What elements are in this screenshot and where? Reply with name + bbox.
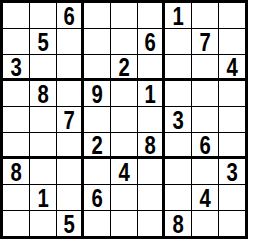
- sudoku-cell-r3c5: 2: [111, 55, 137, 80]
- sudoku-given-digit: 4: [199, 185, 210, 210]
- sudoku-cell-r3c2[interactable]: [30, 55, 56, 80]
- sudoku-cell-r4c5[interactable]: [111, 81, 137, 106]
- sudoku-given-digit: 4: [226, 55, 237, 80]
- sudoku-cell-r9c5[interactable]: [111, 211, 137, 236]
- sudoku-cell-r1c5[interactable]: [111, 3, 137, 28]
- sudoku-cell-r4c8[interactable]: [192, 81, 218, 106]
- sudoku-cell-r6c8: 6: [192, 133, 218, 158]
- sudoku-cell-r1c9[interactable]: [219, 3, 245, 28]
- sudoku-given-digit: 5: [37, 29, 48, 54]
- sudoku-cell-r7c4[interactable]: [84, 159, 110, 184]
- sudoku-given-digit: 6: [144, 29, 155, 54]
- sudoku-cell-r9c7: 8: [165, 211, 191, 236]
- sudoku-cell-r5c9[interactable]: [219, 107, 245, 132]
- sudoku-cell-r5c3: 7: [57, 107, 83, 132]
- sudoku-cell-r2c2: 5: [30, 29, 56, 54]
- sudoku-cell-r6c5[interactable]: [111, 133, 137, 158]
- sudoku-given-digit: 7: [199, 29, 210, 54]
- sudoku-cell-r9c6[interactable]: [138, 211, 164, 236]
- sudoku-cell-r4c9[interactable]: [219, 81, 245, 106]
- sudoku-cell-r3c1: 3: [3, 55, 29, 80]
- sudoku-cell-r6c2[interactable]: [30, 133, 56, 158]
- sudoku-cell-r8c3[interactable]: [57, 185, 83, 210]
- sudoku-given-digit: 8: [172, 211, 183, 236]
- sudoku-given-digit: 1: [172, 3, 183, 28]
- sudoku-cell-r9c3: 5: [57, 211, 83, 236]
- sudoku-cell-r4c2: 8: [30, 81, 56, 106]
- sudoku-cell-r8c6[interactable]: [138, 185, 164, 210]
- sudoku-cell-r9c8[interactable]: [192, 211, 218, 236]
- sudoku-given-digit: 6: [199, 133, 210, 158]
- sudoku-cell-r4c3[interactable]: [57, 81, 83, 106]
- sudoku-given-digit: 6: [63, 3, 74, 28]
- sudoku-cell-r5c6[interactable]: [138, 107, 164, 132]
- sudoku-cell-r9c4[interactable]: [84, 211, 110, 236]
- sudoku-cell-r1c3: 6: [57, 3, 83, 28]
- sudoku-given-digit: 6: [91, 185, 102, 210]
- sudoku-cell-r7c7[interactable]: [165, 159, 191, 184]
- sudoku-cell-r6c1[interactable]: [3, 133, 29, 158]
- sudoku-cell-r2c6: 6: [138, 29, 164, 54]
- sudoku-cell-r2c5[interactable]: [111, 29, 137, 54]
- sudoku-cell-r4c1[interactable]: [3, 81, 29, 106]
- sudoku-cell-r7c1: 8: [3, 159, 29, 184]
- sudoku-cell-r2c7[interactable]: [165, 29, 191, 54]
- sudoku-cell-r3c9: 4: [219, 55, 245, 80]
- sudoku-given-digit: 4: [118, 159, 129, 184]
- sudoku-cell-r5c5[interactable]: [111, 107, 137, 132]
- sudoku-cell-r3c6[interactable]: [138, 55, 164, 80]
- sudoku-cell-r3c7[interactable]: [165, 55, 191, 80]
- sudoku-given-digit: 3: [172, 107, 183, 132]
- sudoku-cell-r1c1[interactable]: [3, 3, 29, 28]
- sudoku-cell-r6c7[interactable]: [165, 133, 191, 158]
- sudoku-given-digit: 9: [91, 81, 102, 106]
- sudoku-cell-r4c7[interactable]: [165, 81, 191, 106]
- sudoku-cell-r2c3[interactable]: [57, 29, 83, 54]
- sudoku-cell-r8c7[interactable]: [165, 185, 191, 210]
- sudoku-cell-r8c1[interactable]: [3, 185, 29, 210]
- sudoku-given-digit: 3: [226, 159, 237, 184]
- sudoku-cell-r5c7: 3: [165, 107, 191, 132]
- sudoku-cell-r3c8[interactable]: [192, 55, 218, 80]
- sudoku-cell-r3c3[interactable]: [57, 55, 83, 80]
- sudoku-cell-r1c8[interactable]: [192, 3, 218, 28]
- sudoku-cell-r5c8[interactable]: [192, 107, 218, 132]
- sudoku-cell-r7c3[interactable]: [57, 159, 83, 184]
- sudoku-cell-r2c4[interactable]: [84, 29, 110, 54]
- sudoku-given-digit: 8: [10, 159, 21, 184]
- sudoku-cell-r8c9[interactable]: [219, 185, 245, 210]
- sudoku-cell-r2c9[interactable]: [219, 29, 245, 54]
- sudoku-cell-r6c3[interactable]: [57, 133, 83, 158]
- sudoku-cell-r5c1[interactable]: [3, 107, 29, 132]
- sudoku-cell-r7c8[interactable]: [192, 159, 218, 184]
- sudoku-cell-r1c4[interactable]: [84, 3, 110, 28]
- sudoku-given-digit: 2: [118, 55, 129, 80]
- sudoku-board: 615673248917328684316458: [0, 0, 248, 239]
- sudoku-cell-r1c7: 1: [165, 3, 191, 28]
- sudoku-cell-r9c1[interactable]: [3, 211, 29, 236]
- sudoku-given-digit: 5: [63, 211, 74, 236]
- sudoku-cell-r7c6[interactable]: [138, 159, 164, 184]
- sudoku-cell-r1c6[interactable]: [138, 3, 164, 28]
- sudoku-given-digit: 3: [10, 55, 21, 80]
- sudoku-cell-r9c9[interactable]: [219, 211, 245, 236]
- sudoku-cell-r7c5: 4: [111, 159, 137, 184]
- sudoku-cell-r8c4: 6: [84, 185, 110, 210]
- sudoku-cell-r4c4: 9: [84, 81, 110, 106]
- sudoku-cell-r3c4[interactable]: [84, 55, 110, 80]
- sudoku-given-digit: 1: [144, 81, 155, 106]
- sudoku-given-digit: 1: [37, 185, 48, 210]
- sudoku-cell-r9c2[interactable]: [30, 211, 56, 236]
- sudoku-cell-r8c2: 1: [30, 185, 56, 210]
- sudoku-cell-r4c6: 1: [138, 81, 164, 106]
- sudoku-cell-r2c8: 7: [192, 29, 218, 54]
- sudoku-cell-r2c1[interactable]: [3, 29, 29, 54]
- sudoku-cell-r7c2[interactable]: [30, 159, 56, 184]
- sudoku-given-digit: 8: [144, 133, 155, 158]
- sudoku-cell-r5c4[interactable]: [84, 107, 110, 132]
- sudoku-given-digit: 7: [63, 107, 74, 132]
- sudoku-cell-r6c9[interactable]: [219, 133, 245, 158]
- sudoku-cell-r6c4: 2: [84, 133, 110, 158]
- sudoku-cell-r8c5[interactable]: [111, 185, 137, 210]
- sudoku-cell-r5c2[interactable]: [30, 107, 56, 132]
- sudoku-cell-r1c2[interactable]: [30, 3, 56, 28]
- sudoku-given-digit: 8: [37, 81, 48, 106]
- sudoku-given-digit: 2: [91, 133, 102, 158]
- sudoku-cell-r8c8: 4: [192, 185, 218, 210]
- sudoku-cell-r6c6: 8: [138, 133, 164, 158]
- sudoku-cell-r7c9: 3: [219, 159, 245, 184]
